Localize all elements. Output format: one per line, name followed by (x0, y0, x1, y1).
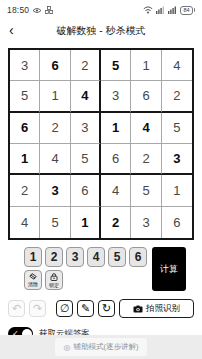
numpad-key-4[interactable]: 4 (87, 247, 105, 267)
sudoku-cell-r1c5[interactable]: 1 (131, 50, 161, 81)
sudoku-cell-r1c4[interactable]: 5 (101, 50, 131, 81)
pen-button[interactable]: ✎ (77, 300, 94, 317)
sudoku-cell-r3c6[interactable]: 5 (162, 113, 192, 144)
reset-icon: ↻ (102, 302, 111, 315)
battery-icon: 84 (180, 6, 195, 15)
tool-row: ↶ ↷ ∅ ✎ ↻ 拍照识别 (8, 299, 194, 318)
status-bar: 18:50 84 (0, 0, 202, 18)
pencil-icon: ✎ (81, 302, 90, 315)
sudoku-cell-r3c3[interactable]: 3 (71, 113, 101, 144)
sudoku-cell-r5c5[interactable]: 5 (131, 175, 161, 206)
lock-label: 锁定 (49, 282, 59, 288)
sudoku-cell-r4c6[interactable]: 3 (162, 144, 192, 175)
sudoku-cell-r2c4[interactable]: 3 (101, 81, 131, 112)
sudoku-cell-r2c6[interactable]: 2 (162, 81, 192, 112)
vpn-grid-icon (45, 6, 53, 14)
sudoku-cell-r1c3[interactable]: 2 (71, 50, 101, 81)
lock-button[interactable]: 锁定 (45, 270, 63, 290)
assist-icon: ◎ (64, 343, 71, 352)
undo-icon: ↶ (12, 302, 21, 315)
sudoku-cell-r6c4[interactable]: 2 (101, 207, 131, 238)
assist-mode-button[interactable]: ◎ 辅助模式(逐步讲解) (55, 338, 148, 356)
sudoku-cell-r5c2[interactable]: 3 (40, 175, 70, 206)
eraser-icon (29, 273, 37, 280)
sudoku-cell-r3c4[interactable]: 1 (101, 113, 131, 144)
cellular-signal-icon-2 (168, 6, 177, 14)
eye-icon (32, 7, 42, 14)
sudoku-cell-r5c4[interactable]: 4 (101, 175, 131, 206)
battery-percent: 84 (180, 6, 192, 15)
sudoku-cell-r3c1[interactable]: 6 (10, 113, 40, 144)
sudoku-cell-r4c4[interactable]: 6 (101, 144, 131, 175)
calculate-button[interactable]: 计算 (152, 247, 186, 291)
sudoku-cell-r4c2[interactable]: 4 (40, 144, 70, 175)
input-controls: 123456 清除 锁定 计算 (24, 247, 194, 291)
sudoku-cell-r2c5[interactable]: 6 (131, 81, 161, 112)
nav-bar: ‹ 破解数独 - 秒杀模式 (0, 18, 202, 44)
numpad-key-2[interactable]: 2 (45, 247, 63, 267)
sudoku-cell-r2c2[interactable]: 1 (40, 81, 70, 112)
numpad: 123456 (24, 247, 147, 267)
wifi-icon (143, 6, 153, 14)
numpad-key-5[interactable]: 5 (108, 247, 126, 267)
sudoku-cell-r6c3[interactable]: 1 (71, 207, 101, 238)
reset-button[interactable]: ↻ (98, 300, 115, 317)
numpad-key-6[interactable]: 6 (129, 247, 147, 267)
clear-button[interactable]: 清除 (24, 270, 42, 290)
camera-icon (133, 305, 143, 313)
redo-icon: ↷ (33, 302, 42, 315)
sudoku-cell-r5c3[interactable]: 6 (71, 175, 101, 206)
sudoku-cell-r3c5[interactable]: 4 (131, 113, 161, 144)
clear-label: 清除 (28, 281, 38, 287)
sudoku-cell-r6c1[interactable]: 4 (10, 207, 40, 238)
numpad-key-1[interactable]: 1 (24, 247, 42, 267)
assist-mode-label: 辅助模式(逐步讲解) (73, 342, 138, 352)
sudoku-cell-r5c6[interactable]: 1 (162, 175, 192, 206)
numpad-key-3[interactable]: 3 (66, 247, 84, 267)
page-title: 破解数独 - 秒杀模式 (0, 24, 202, 38)
back-button[interactable]: ‹ (9, 20, 14, 40)
footer-bar: ◎ 辅助模式(逐步讲解) (0, 335, 202, 359)
undo-button[interactable]: ↶ (8, 300, 25, 317)
lock-icon (50, 273, 58, 281)
redo-button[interactable]: ↷ (29, 300, 46, 317)
sudoku-cell-r6c6[interactable]: 6 (162, 207, 192, 238)
cellular-signal-icon-1 (156, 6, 165, 14)
sudoku-cell-r1c1[interactable]: 3 (10, 50, 40, 81)
sudoku-cell-r6c2[interactable]: 5 (40, 207, 70, 238)
photo-recognize-label: 拍照识别 (146, 303, 180, 315)
pen-off-icon: ∅ (60, 302, 70, 315)
sudoku-board: 362514514362623145145623236451451236 (8, 48, 194, 240)
sudoku-cell-r1c2[interactable]: 6 (40, 50, 70, 81)
sudoku-cell-r1c6[interactable]: 4 (162, 50, 192, 81)
sudoku-cell-r2c3[interactable]: 4 (71, 81, 101, 112)
sudoku-cell-r5c1[interactable]: 2 (10, 175, 40, 206)
sudoku-cell-r4c3[interactable]: 5 (71, 144, 101, 175)
sudoku-cell-r6c5[interactable]: 3 (131, 207, 161, 238)
sudoku-cell-r3c2[interactable]: 2 (40, 113, 70, 144)
sudoku-cell-r4c5[interactable]: 2 (131, 144, 161, 175)
sudoku-cell-r2c1[interactable]: 5 (10, 81, 40, 112)
pen-off-button[interactable]: ∅ (56, 300, 73, 317)
sudoku-cell-r4c1[interactable]: 1 (10, 144, 40, 175)
photo-recognize-button[interactable]: 拍照识别 (119, 299, 194, 318)
clock: 18:50 (7, 5, 29, 15)
